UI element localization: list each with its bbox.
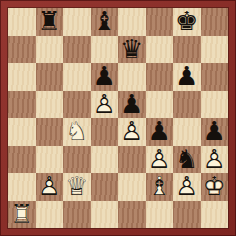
square-f7[interactable]: [146, 36, 174, 64]
square-a3[interactable]: [8, 146, 36, 174]
black-king-piece[interactable]: ♚: [173, 8, 201, 36]
black-king-glyph: ♚: [173, 8, 201, 36]
black-pawn-glyph: ♟: [91, 63, 119, 91]
black-queen-piece[interactable]: ♛: [118, 36, 146, 64]
black-pawn-piece[interactable]: ♟: [201, 118, 229, 146]
square-c1[interactable]: [63, 201, 91, 229]
square-h4[interactable]: ♟: [201, 118, 229, 146]
square-c8[interactable]: [63, 8, 91, 36]
square-b7[interactable]: [36, 36, 64, 64]
white-rook-piece[interactable]: ♜♖: [8, 201, 36, 229]
white-pawn-piece[interactable]: ♟♙: [36, 173, 64, 201]
square-f8[interactable]: [146, 8, 174, 36]
white-rook-outline: ♖: [8, 201, 36, 229]
square-h3[interactable]: ♟♙: [201, 146, 229, 174]
square-d7[interactable]: [91, 36, 119, 64]
square-e4[interactable]: ♟♙: [118, 118, 146, 146]
square-e6[interactable]: [118, 63, 146, 91]
square-d6[interactable]: ♟: [91, 63, 119, 91]
black-pawn-piece[interactable]: ♟: [173, 63, 201, 91]
square-a6[interactable]: [8, 63, 36, 91]
square-g1[interactable]: [173, 201, 201, 229]
square-f2[interactable]: ♝♗: [146, 173, 174, 201]
black-pawn-glyph: ♟: [173, 63, 201, 91]
square-a4[interactable]: [8, 118, 36, 146]
square-c2[interactable]: ♛♕: [63, 173, 91, 201]
square-c6[interactable]: [63, 63, 91, 91]
square-d4[interactable]: [91, 118, 119, 146]
black-pawn-glyph: ♟: [201, 118, 229, 146]
square-h5[interactable]: [201, 91, 229, 119]
square-f3[interactable]: ♟♙: [146, 146, 174, 174]
black-knight-glyph: ♞: [173, 146, 201, 174]
square-f4[interactable]: ♟: [146, 118, 174, 146]
square-f5[interactable]: [146, 91, 174, 119]
square-a5[interactable]: [8, 91, 36, 119]
black-pawn-piece[interactable]: ♟: [91, 63, 119, 91]
square-e7[interactable]: ♛: [118, 36, 146, 64]
square-a2[interactable]: [8, 173, 36, 201]
square-b8[interactable]: ♜: [36, 8, 64, 36]
square-g5[interactable]: [173, 91, 201, 119]
black-bishop-piece[interactable]: ♝: [91, 8, 119, 36]
square-h1[interactable]: [201, 201, 229, 229]
square-d1[interactable]: [91, 201, 119, 229]
black-bishop-glyph: ♝: [91, 8, 119, 36]
square-c7[interactable]: [63, 36, 91, 64]
white-bishop-outline: ♗: [146, 173, 174, 201]
square-h8[interactable]: [201, 8, 229, 36]
square-g8[interactable]: ♚: [173, 8, 201, 36]
white-king-outline: ♔: [201, 173, 229, 201]
white-queen-piece[interactable]: ♛♕: [63, 173, 91, 201]
square-a8[interactable]: [8, 8, 36, 36]
square-a7[interactable]: [8, 36, 36, 64]
black-rook-glyph: ♜: [36, 8, 64, 36]
black-rook-piece[interactable]: ♜: [36, 8, 64, 36]
white-knight-piece[interactable]: ♞♘: [63, 118, 91, 146]
square-e1[interactable]: [118, 201, 146, 229]
white-bishop-piece[interactable]: ♝♗: [146, 173, 174, 201]
square-g2[interactable]: ♟♙: [173, 173, 201, 201]
white-knight-outline: ♘: [63, 118, 91, 146]
square-g4[interactable]: [173, 118, 201, 146]
square-e2[interactable]: [118, 173, 146, 201]
black-pawn-piece[interactable]: ♟: [146, 118, 174, 146]
square-f1[interactable]: [146, 201, 174, 229]
square-b3[interactable]: [36, 146, 64, 174]
square-e8[interactable]: [118, 8, 146, 36]
white-king-piece[interactable]: ♚♔: [201, 173, 229, 201]
square-b6[interactable]: [36, 63, 64, 91]
square-b1[interactable]: [36, 201, 64, 229]
square-d8[interactable]: ♝: [91, 8, 119, 36]
black-knight-piece[interactable]: ♞: [173, 146, 201, 174]
white-pawn-piece[interactable]: ♟♙: [146, 146, 174, 174]
board-frame: ♜♝♚♛♟♟♟♙♟♞♘♟♙♟♟♟♙♞♟♙♟♙♛♕♝♗♟♙♚♔♜♖: [0, 0, 236, 236]
white-pawn-piece[interactable]: ♟♙: [201, 146, 229, 174]
white-pawn-piece[interactable]: ♟♙: [91, 91, 119, 119]
black-pawn-glyph: ♟: [146, 118, 174, 146]
square-a1[interactable]: ♜♖: [8, 201, 36, 229]
square-c4[interactable]: ♞♘: [63, 118, 91, 146]
square-c5[interactable]: [63, 91, 91, 119]
square-b4[interactable]: [36, 118, 64, 146]
square-d5[interactable]: ♟♙: [91, 91, 119, 119]
white-pawn-outline: ♙: [146, 146, 174, 174]
black-pawn-glyph: ♟: [118, 91, 146, 119]
black-queen-glyph: ♛: [118, 36, 146, 64]
white-pawn-outline: ♙: [118, 118, 146, 146]
square-h2[interactable]: ♚♔: [201, 173, 229, 201]
square-c3[interactable]: [63, 146, 91, 174]
square-d3[interactable]: [91, 146, 119, 174]
white-pawn-outline: ♙: [173, 173, 201, 201]
square-d2[interactable]: [91, 173, 119, 201]
white-pawn-outline: ♙: [91, 91, 119, 119]
white-queen-outline: ♕: [63, 173, 91, 201]
square-g3[interactable]: ♞: [173, 146, 201, 174]
square-g7[interactable]: [173, 36, 201, 64]
white-pawn-piece[interactable]: ♟♙: [173, 173, 201, 201]
square-h6[interactable]: [201, 63, 229, 91]
square-b2[interactable]: ♟♙: [36, 173, 64, 201]
square-b5[interactable]: [36, 91, 64, 119]
square-f6[interactable]: [146, 63, 174, 91]
white-pawn-piece[interactable]: ♟♙: [118, 118, 146, 146]
chess-board: ♜♝♚♛♟♟♟♙♟♞♘♟♙♟♟♟♙♞♟♙♟♙♛♕♝♗♟♙♚♔♜♖: [8, 8, 228, 228]
square-h7[interactable]: [201, 36, 229, 64]
square-e3[interactable]: [118, 146, 146, 174]
white-pawn-outline: ♙: [36, 173, 64, 201]
white-pawn-outline: ♙: [201, 146, 229, 174]
square-g6[interactable]: ♟: [173, 63, 201, 91]
black-pawn-piece[interactable]: ♟: [118, 91, 146, 119]
square-e5[interactable]: ♟: [118, 91, 146, 119]
